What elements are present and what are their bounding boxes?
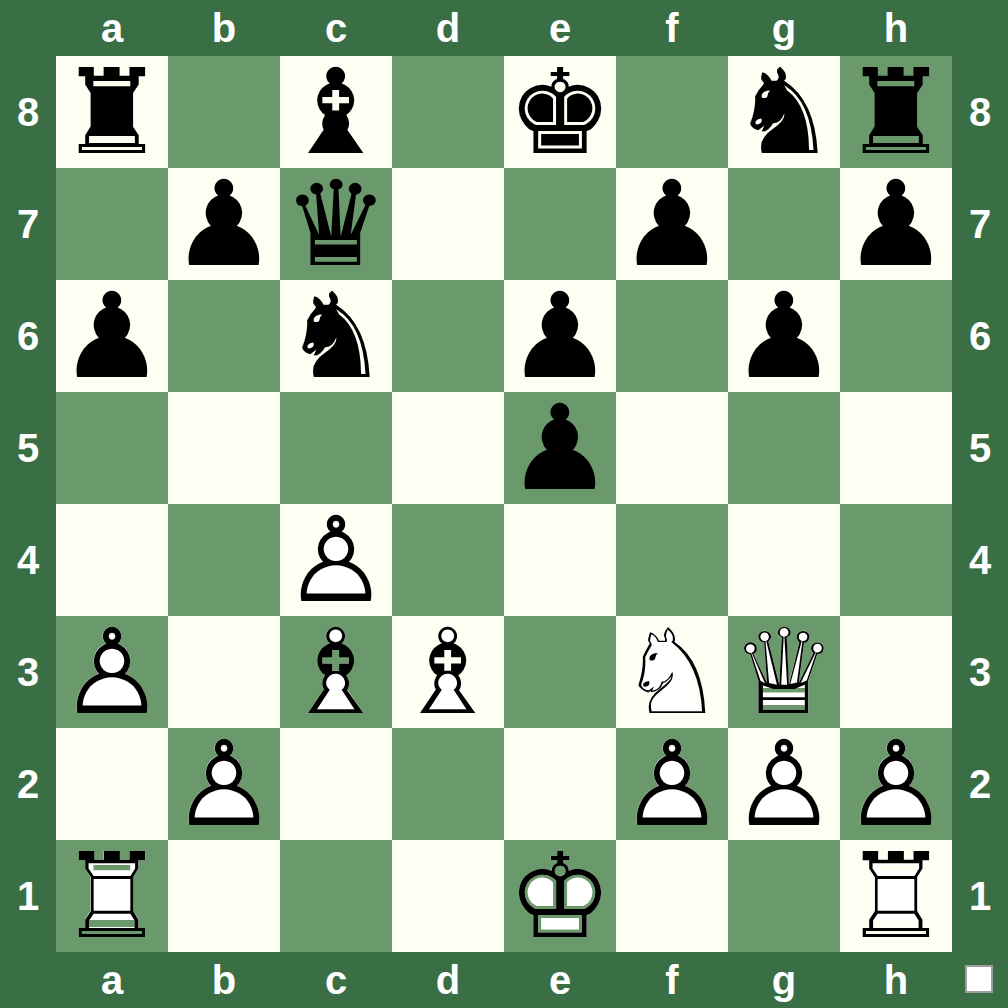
piece-white-rook[interactable]: ♜♖ [840, 840, 952, 952]
black-piece-glyph: ♛ [280, 168, 392, 280]
square-f7[interactable]: ♟ [616, 168, 728, 280]
rank-label-7: 7 [952, 168, 1008, 280]
square-b7[interactable]: ♟ [168, 168, 280, 280]
piece-white-pawn[interactable]: ♟♙ [280, 504, 392, 616]
piece-black-pawn[interactable]: ♟ [616, 168, 728, 280]
square-b2[interactable]: ♟♙ [168, 728, 280, 840]
square-d8[interactable] [392, 56, 504, 168]
square-h6[interactable] [840, 280, 952, 392]
square-f1[interactable] [616, 840, 728, 952]
file-label-b: b [168, 0, 280, 56]
square-f8[interactable] [616, 56, 728, 168]
rank-label-3: 3 [0, 616, 56, 728]
piece-white-pawn[interactable]: ♟♙ [840, 728, 952, 840]
square-h4[interactable] [840, 504, 952, 616]
square-e6[interactable]: ♟ [504, 280, 616, 392]
square-e7[interactable] [504, 168, 616, 280]
white-to-move-indicator [965, 965, 993, 993]
rank-label-2: 2 [952, 728, 1008, 840]
file-label-c: c [280, 952, 392, 1008]
square-f3[interactable]: ♞♘ [616, 616, 728, 728]
square-b3[interactable] [168, 616, 280, 728]
piece-black-rook[interactable]: ♜ [840, 56, 952, 168]
square-c8[interactable]: ♝ [280, 56, 392, 168]
rank-labels-right: 87654321 [952, 56, 1008, 952]
rank-label-6: 6 [0, 280, 56, 392]
square-g2[interactable]: ♟♙ [728, 728, 840, 840]
rank-label-4: 4 [952, 504, 1008, 616]
white-piece-outline-glyph: ♖ [56, 840, 168, 952]
white-piece-outline-glyph: ♔ [504, 840, 616, 952]
square-a5[interactable] [56, 392, 168, 504]
piece-black-pawn[interactable]: ♟ [504, 280, 616, 392]
square-g1[interactable] [728, 840, 840, 952]
square-h2[interactable]: ♟♙ [840, 728, 952, 840]
white-piece-outline-glyph: ♙ [840, 728, 952, 840]
square-c5[interactable] [280, 392, 392, 504]
file-label-f: f [616, 0, 728, 56]
piece-white-queen[interactable]: ♛♕ [728, 616, 840, 728]
piece-black-bishop[interactable]: ♝ [280, 56, 392, 168]
square-c2[interactable] [280, 728, 392, 840]
chess-diagram: abcdefgh abcdefgh 87654321 87654321 ♜♝♚♞… [0, 0, 1008, 1008]
square-c3[interactable]: ♝♗ [280, 616, 392, 728]
black-piece-glyph: ♜ [840, 56, 952, 168]
square-c1[interactable] [280, 840, 392, 952]
square-g5[interactable] [728, 392, 840, 504]
square-a4[interactable] [56, 504, 168, 616]
rank-label-4: 4 [0, 504, 56, 616]
piece-black-pawn[interactable]: ♟ [728, 280, 840, 392]
square-d7[interactable] [392, 168, 504, 280]
rank-label-7: 7 [0, 168, 56, 280]
rank-label-5: 5 [0, 392, 56, 504]
black-piece-glyph: ♚ [504, 56, 616, 168]
square-c4[interactable]: ♟♙ [280, 504, 392, 616]
square-h8[interactable]: ♜ [840, 56, 952, 168]
rank-labels-left: 87654321 [0, 56, 56, 952]
square-g4[interactable] [728, 504, 840, 616]
white-piece-outline-glyph: ♙ [616, 728, 728, 840]
square-c7[interactable]: ♛ [280, 168, 392, 280]
piece-black-rook[interactable]: ♜ [56, 56, 168, 168]
white-piece-outline-glyph: ♗ [392, 616, 504, 728]
square-b5[interactable] [168, 392, 280, 504]
piece-black-knight[interactable]: ♞ [728, 56, 840, 168]
piece-black-king[interactable]: ♚ [504, 56, 616, 168]
square-h5[interactable] [840, 392, 952, 504]
square-d4[interactable] [392, 504, 504, 616]
square-d2[interactable] [392, 728, 504, 840]
white-piece-outline-glyph: ♖ [840, 840, 952, 952]
piece-white-bishop[interactable]: ♝♗ [392, 616, 504, 728]
rank-label-1: 1 [952, 840, 1008, 952]
square-g3[interactable]: ♛♕ [728, 616, 840, 728]
rank-label-2: 2 [0, 728, 56, 840]
square-b1[interactable] [168, 840, 280, 952]
square-f5[interactable] [616, 392, 728, 504]
square-g7[interactable] [728, 168, 840, 280]
square-f2[interactable]: ♟♙ [616, 728, 728, 840]
square-e1[interactable]: ♚♔ [504, 840, 616, 952]
piece-black-pawn[interactable]: ♟ [56, 280, 168, 392]
black-piece-glyph: ♝ [280, 56, 392, 168]
black-piece-glyph: ♟ [504, 392, 616, 504]
rank-label-1: 1 [0, 840, 56, 952]
piece-black-pawn[interactable]: ♟ [504, 392, 616, 504]
square-h1[interactable]: ♜♖ [840, 840, 952, 952]
white-piece-outline-glyph: ♙ [168, 728, 280, 840]
white-piece-outline-glyph: ♘ [616, 616, 728, 728]
square-e2[interactable] [504, 728, 616, 840]
square-c6[interactable]: ♞ [280, 280, 392, 392]
rank-label-8: 8 [952, 56, 1008, 168]
square-d6[interactable] [392, 280, 504, 392]
square-e3[interactable] [504, 616, 616, 728]
black-piece-glyph: ♞ [728, 56, 840, 168]
square-e8[interactable]: ♚ [504, 56, 616, 168]
rank-label-5: 5 [952, 392, 1008, 504]
square-d3[interactable]: ♝♗ [392, 616, 504, 728]
rank-label-8: 8 [0, 56, 56, 168]
white-piece-outline-glyph: ♙ [56, 616, 168, 728]
black-piece-glyph: ♟ [504, 280, 616, 392]
black-piece-glyph: ♟ [168, 168, 280, 280]
square-a3[interactable]: ♟♙ [56, 616, 168, 728]
white-piece-outline-glyph: ♙ [728, 728, 840, 840]
square-d5[interactable] [392, 392, 504, 504]
file-label-f: f [616, 952, 728, 1008]
piece-white-pawn[interactable]: ♟♙ [168, 728, 280, 840]
square-h7[interactable]: ♟ [840, 168, 952, 280]
piece-black-pawn[interactable]: ♟ [168, 168, 280, 280]
piece-white-king[interactable]: ♚♔ [504, 840, 616, 952]
square-a1[interactable]: ♜♖ [56, 840, 168, 952]
rank-label-6: 6 [952, 280, 1008, 392]
square-e5[interactable]: ♟ [504, 392, 616, 504]
black-piece-glyph: ♞ [280, 280, 392, 392]
piece-white-knight[interactable]: ♞♘ [616, 616, 728, 728]
square-a7[interactable] [56, 168, 168, 280]
black-piece-glyph: ♟ [840, 168, 952, 280]
square-f4[interactable] [616, 504, 728, 616]
square-d1[interactable] [392, 840, 504, 952]
piece-white-pawn[interactable]: ♟♙ [728, 728, 840, 840]
rank-label-3: 3 [952, 616, 1008, 728]
square-e4[interactable] [504, 504, 616, 616]
square-g6[interactable]: ♟ [728, 280, 840, 392]
file-label-b: b [168, 952, 280, 1008]
square-b4[interactable] [168, 504, 280, 616]
file-labels-bottom: abcdefgh [56, 952, 952, 1008]
black-piece-glyph: ♟ [56, 280, 168, 392]
piece-white-pawn[interactable]: ♟♙ [56, 616, 168, 728]
black-piece-glyph: ♜ [56, 56, 168, 168]
file-label-g: g [728, 952, 840, 1008]
piece-black-queen[interactable]: ♛ [280, 168, 392, 280]
file-label-d: d [392, 0, 504, 56]
piece-white-rook[interactable]: ♜♖ [56, 840, 168, 952]
file-label-d: d [392, 952, 504, 1008]
chess-board: ♜♝♚♞♜♟♛♟♟♟♞♟♟♟♟♙♟♙♝♗♝♗♞♘♛♕♟♙♟♙♟♙♟♙♜♖♚♔♜♖ [56, 56, 952, 952]
piece-white-pawn[interactable]: ♟♙ [616, 728, 728, 840]
square-f6[interactable] [616, 280, 728, 392]
square-b6[interactable] [168, 280, 280, 392]
piece-black-knight[interactable]: ♞ [280, 280, 392, 392]
white-piece-outline-glyph: ♗ [280, 616, 392, 728]
square-b8[interactable] [168, 56, 280, 168]
black-piece-glyph: ♟ [616, 168, 728, 280]
square-a8[interactable]: ♜ [56, 56, 168, 168]
white-piece-outline-glyph: ♕ [728, 616, 840, 728]
piece-white-bishop[interactable]: ♝♗ [280, 616, 392, 728]
piece-black-pawn[interactable]: ♟ [840, 168, 952, 280]
white-piece-outline-glyph: ♙ [280, 504, 392, 616]
square-a2[interactable] [56, 728, 168, 840]
square-a6[interactable]: ♟ [56, 280, 168, 392]
square-h3[interactable] [840, 616, 952, 728]
square-g8[interactable]: ♞ [728, 56, 840, 168]
black-piece-glyph: ♟ [728, 280, 840, 392]
